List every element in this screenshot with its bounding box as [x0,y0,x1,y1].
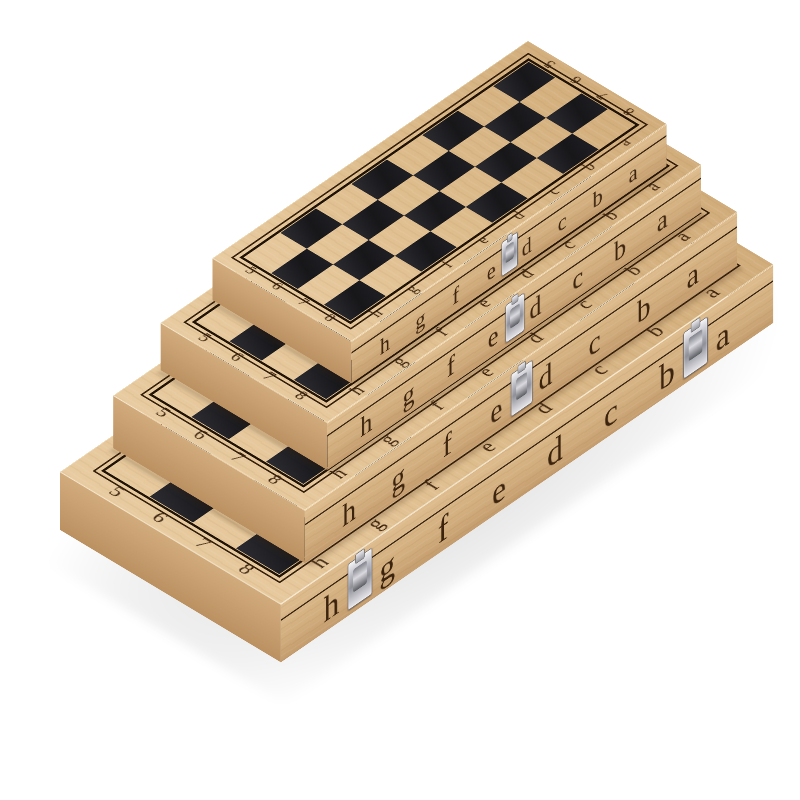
latch-icon [505,292,524,343]
latch-icon [501,231,517,277]
latch-icon [683,316,708,380]
product-photo-canvas: hgfedcbahgfedcba55667788hgfedcbahgfedcba… [0,0,800,800]
latch-icon [348,547,373,611]
